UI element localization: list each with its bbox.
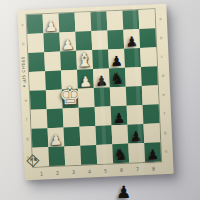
rank-label-7: 7 [129, 163, 146, 176]
square-h4[interactable] [80, 145, 97, 165]
square-b1[interactable] [27, 33, 44, 53]
black-knight[interactable]: ♞ [113, 147, 128, 164]
black-pawn[interactable]: ♟ [125, 34, 138, 49]
square-e8[interactable] [142, 85, 159, 105]
photo-background: ♟♟♟♝♟♟♟♞♚♟♟♟♞♟ 12345678 abcdefgh abcdefg… [0, 0, 200, 200]
square-d5[interactable]: ♟ [93, 68, 110, 88]
square-h2[interactable] [48, 146, 65, 166]
rank-label-2: 2 [49, 166, 66, 179]
square-f7[interactable] [127, 105, 144, 125]
file-label-left-f: f [23, 110, 31, 129]
square-f1[interactable] [31, 109, 48, 129]
square-f2[interactable] [47, 108, 64, 128]
square-h7[interactable] [128, 143, 145, 163]
square-c6[interactable]: ♟ [108, 49, 125, 69]
square-g1[interactable] [32, 128, 49, 148]
square-g5[interactable] [95, 125, 112, 145]
white-pawn[interactable]: ♟ [44, 19, 57, 34]
captured-black-piece[interactable]: ♟ [116, 184, 131, 200]
black-pawn[interactable]: ♟ [146, 147, 159, 162]
black-knight[interactable]: ♞ [110, 71, 125, 88]
square-c5[interactable] [92, 49, 109, 69]
brand-text: US CHESS [20, 56, 26, 81]
rank-label-6: 6 [113, 164, 130, 177]
chess-board-mat: ♟♟♟♝♟♟♟♞♚♟♟♟♞♟ 12345678 abcdefgh abcdefg… [17, 4, 173, 180]
square-a5[interactable] [91, 11, 108, 31]
square-a8[interactable] [138, 9, 155, 29]
square-b5[interactable] [91, 30, 108, 50]
square-e6[interactable] [110, 87, 127, 107]
square-d6[interactable]: ♞ [109, 68, 126, 88]
file-label-right-f: f [161, 104, 169, 123]
square-c8[interactable] [140, 47, 157, 67]
square-g2[interactable]: ♟ [48, 127, 65, 147]
square-f4[interactable] [79, 107, 96, 127]
square-g6[interactable] [111, 125, 128, 145]
logo-chess-pieces-icon: ♛♞ [29, 157, 37, 163]
square-c7[interactable] [124, 48, 141, 68]
square-e3[interactable]: ♚ [62, 89, 79, 109]
square-b6[interactable] [107, 30, 124, 50]
square-h5[interactable] [96, 144, 113, 164]
square-a4[interactable] [75, 12, 92, 32]
white-bishop[interactable]: ♝ [76, 50, 94, 70]
square-e4[interactable] [78, 88, 95, 108]
square-e7[interactable] [126, 86, 143, 106]
square-g4[interactable] [79, 126, 96, 146]
square-b2[interactable] [43, 33, 60, 53]
square-a7[interactable] [122, 10, 139, 30]
board-corner-logo: ◇ ♛♞ [24, 148, 41, 171]
chess-board-grid: ♟♟♟♝♟♟♟♞♚♟♟♟♞♟ [27, 9, 162, 166]
white-pawn[interactable]: ♟ [61, 37, 74, 52]
black-pawn[interactable]: ♟ [95, 73, 108, 88]
rank-label-3: 3 [65, 166, 82, 179]
square-f3[interactable] [63, 108, 80, 128]
square-a2[interactable]: ♟ [43, 14, 60, 34]
square-c1[interactable] [28, 52, 45, 72]
square-a6[interactable] [106, 11, 123, 31]
file-label-right-e: e [160, 85, 168, 104]
file-label-left-b: b [19, 34, 27, 53]
square-a3[interactable] [59, 13, 76, 33]
rank-label-4: 4 [81, 165, 98, 178]
square-g3[interactable] [64, 127, 81, 147]
rank-label-5: 5 [97, 164, 114, 177]
square-d1[interactable] [29, 71, 46, 91]
file-label-left-e: e [22, 91, 30, 110]
file-label-right-d: d [159, 66, 167, 85]
square-b8[interactable] [139, 28, 156, 48]
square-f8[interactable] [143, 104, 160, 124]
square-e5[interactable] [94, 87, 111, 107]
black-pawn[interactable]: ♟ [113, 111, 126, 126]
square-b7[interactable]: ♟ [123, 29, 140, 49]
square-f5[interactable] [95, 106, 112, 126]
file-label-right-a: a [156, 9, 164, 28]
square-g8[interactable] [143, 123, 160, 143]
file-label-left-a: a [19, 15, 27, 34]
file-label-left-g: g [24, 129, 32, 148]
file-label-right-h: h [162, 142, 170, 161]
rank-label-8: 8 [145, 162, 162, 175]
black-pawn[interactable]: ♟ [129, 129, 142, 144]
file-label-right-c: c [158, 47, 166, 66]
square-f6[interactable]: ♟ [111, 106, 128, 126]
square-d8[interactable] [141, 66, 158, 86]
square-h3[interactable] [64, 146, 81, 166]
file-label-right-g: g [161, 123, 169, 142]
square-h8[interactable]: ♟ [144, 142, 161, 162]
square-c3[interactable] [60, 51, 77, 71]
white-pawn[interactable]: ♟ [49, 132, 62, 147]
square-g7[interactable]: ♟ [127, 124, 144, 144]
square-h6[interactable]: ♞ [112, 144, 129, 164]
square-d7[interactable] [125, 67, 142, 87]
square-c4[interactable]: ♝ [76, 50, 93, 70]
square-b3[interactable]: ♟ [59, 32, 76, 52]
square-a1[interactable] [27, 14, 44, 34]
file-label-right-b: b [157, 28, 165, 47]
square-c2[interactable] [44, 52, 61, 72]
square-e1[interactable] [30, 90, 47, 110]
us-chess-logo-icon: ✶ [22, 83, 27, 89]
black-pawn[interactable]: ♟ [110, 54, 123, 69]
